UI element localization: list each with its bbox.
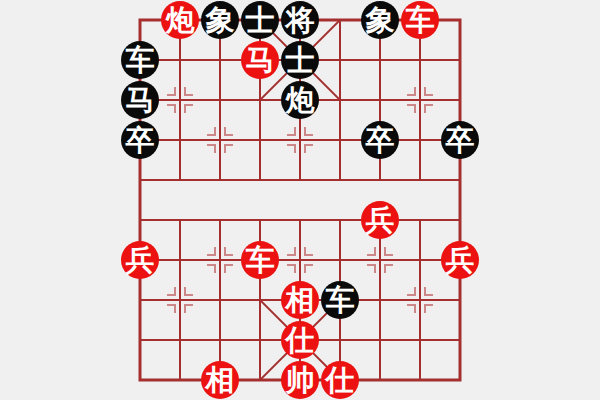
piece-black-cannon[interactable]: 炮	[281, 81, 319, 119]
piece-red-pawn[interactable]: 兵	[441, 241, 479, 279]
piece-red-chariot[interactable]: 车	[401, 1, 439, 39]
piece-black-elephant[interactable]: 象	[361, 1, 399, 39]
piece-black-advisor[interactable]: 士	[241, 1, 279, 39]
piece-red-chariot[interactable]: 车	[241, 241, 279, 279]
piece-black-chariot[interactable]: 车	[121, 41, 159, 79]
pieces-layer: 炮象士将象车车马士马炮卒卒卒兵兵车兵相车仕相帅仕	[0, 0, 600, 400]
piece-red-advisor[interactable]: 仕	[281, 321, 319, 359]
piece-red-general[interactable]: 帅	[281, 361, 319, 399]
piece-black-pawn[interactable]: 卒	[121, 121, 159, 159]
piece-red-elephant[interactable]: 相	[281, 281, 319, 319]
piece-black-advisor[interactable]: 士	[281, 41, 319, 79]
piece-black-chariot[interactable]: 车	[321, 281, 359, 319]
xiangqi-board-stage: 炮象士将象车车马士马炮卒卒卒兵兵车兵相车仕相帅仕	[0, 0, 600, 400]
piece-red-advisor[interactable]: 仕	[321, 361, 359, 399]
piece-red-pawn[interactable]: 兵	[121, 241, 159, 279]
piece-red-pawn[interactable]: 兵	[361, 201, 399, 239]
piece-red-cannon[interactable]: 炮	[161, 1, 199, 39]
piece-black-elephant[interactable]: 象	[201, 1, 239, 39]
piece-black-horse[interactable]: 马	[121, 81, 159, 119]
piece-red-horse[interactable]: 马	[241, 41, 279, 79]
piece-black-pawn[interactable]: 卒	[361, 121, 399, 159]
piece-black-pawn[interactable]: 卒	[441, 121, 479, 159]
piece-black-general[interactable]: 将	[281, 1, 319, 39]
piece-red-elephant[interactable]: 相	[201, 361, 239, 399]
